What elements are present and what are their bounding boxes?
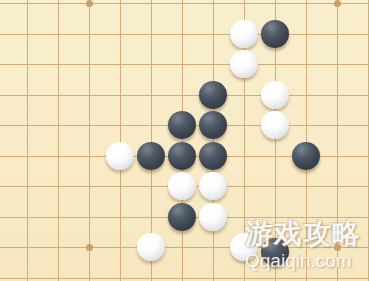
stone-black bbox=[168, 203, 196, 231]
stone-black bbox=[199, 81, 227, 109]
grid-horizontal-line bbox=[0, 64, 369, 65]
grid-horizontal-line bbox=[0, 247, 369, 248]
stone-black bbox=[261, 20, 289, 48]
stone-white bbox=[261, 81, 289, 109]
grid-vertical-line bbox=[27, 0, 28, 281]
grid-horizontal-line bbox=[0, 95, 369, 96]
stone-white bbox=[230, 233, 258, 261]
grid-vertical-line bbox=[120, 0, 121, 281]
grid-vertical-line bbox=[182, 0, 183, 281]
stone-black bbox=[137, 142, 165, 170]
stone-black bbox=[168, 142, 196, 170]
stone-black bbox=[261, 238, 289, 266]
stone-white bbox=[230, 20, 258, 48]
star-point bbox=[334, 0, 341, 7]
grid-vertical-line bbox=[58, 0, 59, 281]
stone-white bbox=[137, 233, 165, 261]
stone-black bbox=[168, 111, 196, 139]
grid-horizontal-line bbox=[0, 3, 369, 4]
star-point bbox=[86, 244, 93, 251]
grid-vertical-line bbox=[306, 0, 307, 281]
gomoku-board-screen: 游戏攻略 Qqaiqin.com bbox=[0, 0, 369, 281]
grid-horizontal-line bbox=[0, 278, 369, 279]
stone-white bbox=[230, 50, 258, 78]
stone-black bbox=[292, 142, 320, 170]
stone-white bbox=[106, 142, 134, 170]
grid-horizontal-line bbox=[0, 34, 369, 35]
stone-black bbox=[199, 142, 227, 170]
star-point bbox=[86, 0, 93, 7]
grid-vertical-line bbox=[213, 0, 214, 281]
stone-white bbox=[199, 172, 227, 200]
stone-white bbox=[261, 111, 289, 139]
stone-white bbox=[168, 172, 196, 200]
grid-vertical-line bbox=[337, 0, 338, 281]
stone-black bbox=[199, 111, 227, 139]
stone-white bbox=[199, 203, 227, 231]
grid-vertical-line bbox=[89, 0, 90, 281]
star-point bbox=[334, 244, 341, 251]
